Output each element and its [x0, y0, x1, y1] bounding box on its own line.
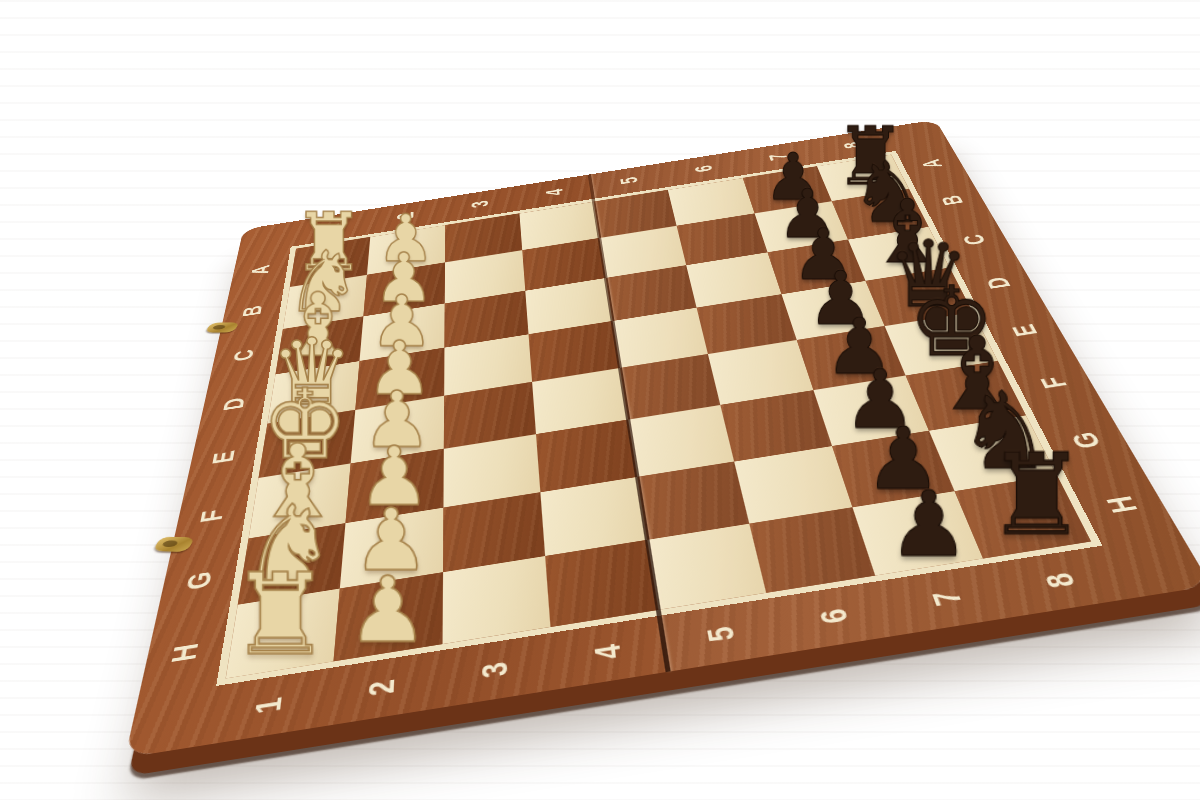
- piece-black-pawn[interactable]: ♟: [873, 482, 982, 565]
- piece-white-pawn[interactable]: ♟: [333, 568, 442, 651]
- piece-white-rook[interactable]: ♜: [225, 564, 334, 668]
- board-perspective-wrapper: 12345678 12345678 ABCDEFGH ABCDEFGH ♜♟♟♜…: [130, 0, 1109, 800]
- square-h4[interactable]: [545, 540, 658, 627]
- square-h2[interactable]: ♟: [334, 572, 443, 661]
- square-e3[interactable]: [443, 382, 535, 449]
- board-rotation-wrapper: 12345678 12345678 ABCDEFGH ABCDEFGH ♜♟♟♜…: [130, 0, 1109, 800]
- square-h1[interactable]: ♜: [226, 588, 340, 678]
- photo-scene: 12345678 12345678 ABCDEFGH ABCDEFGH ♜♟♟♜…: [0, 0, 1200, 800]
- square-h3[interactable]: [442, 556, 550, 644]
- piece-black-rook[interactable]: ♜: [981, 445, 1090, 549]
